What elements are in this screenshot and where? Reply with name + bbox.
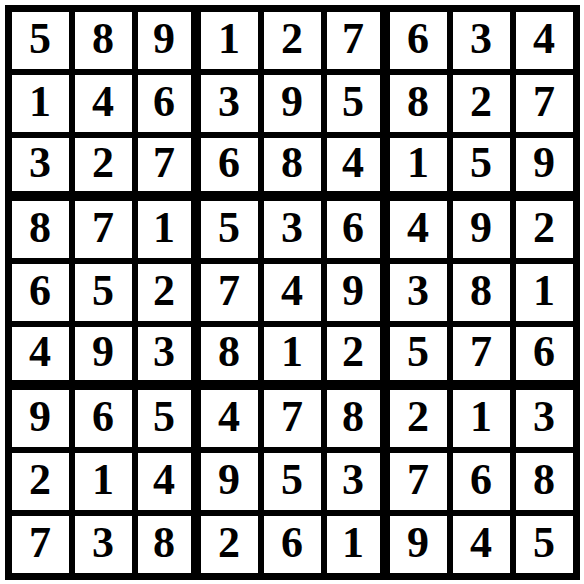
sudoku-cell-r1c8[interactable]: 3 (453, 12, 510, 69)
sudoku-cell-r4c2[interactable]: 7 (75, 201, 132, 258)
sudoku-cell-r8c5[interactable]: 5 (264, 453, 321, 510)
sudoku-cell-r3c5[interactable]: 8 (264, 138, 321, 195)
sudoku-cell-r7c4[interactable]: 4 (201, 390, 258, 447)
sudoku-cell-r7c9[interactable]: 3 (516, 390, 573, 447)
sudoku-cell-r7c8[interactable]: 1 (453, 390, 510, 447)
sudoku-cell-r4c5[interactable]: 3 (264, 201, 321, 258)
sudoku-cell-r4c8[interactable]: 9 (453, 201, 510, 258)
sudoku-cell-r4c9[interactable]: 2 (516, 201, 573, 258)
sudoku-cell-r6c4[interactable]: 8 (201, 327, 258, 384)
sudoku-cell-r9c9[interactable]: 5 (516, 516, 573, 573)
sudoku-cell-r5c8[interactable]: 8 (453, 264, 510, 321)
sudoku-cell-r5c4[interactable]: 7 (201, 264, 258, 321)
sudoku-cell-r3c1[interactable]: 3 (12, 138, 69, 195)
sudoku-cell-r9c5[interactable]: 6 (264, 516, 321, 573)
sudoku-cell-r9c1[interactable]: 7 (12, 516, 69, 573)
sudoku-cell-r1c1[interactable]: 5 (12, 12, 69, 69)
sudoku-cell-r6c2[interactable]: 9 (75, 327, 132, 384)
sudoku-cell-r1c3[interactable]: 9 (138, 12, 195, 69)
sudoku-cell-r6c9[interactable]: 6 (516, 327, 573, 384)
sudoku-cell-r7c7[interactable]: 2 (390, 390, 447, 447)
sudoku-cell-r4c6[interactable]: 6 (327, 201, 384, 258)
sudoku-cell-r2c2[interactable]: 4 (75, 75, 132, 132)
sudoku-cell-r5c9[interactable]: 1 (516, 264, 573, 321)
sudoku-cell-r9c4[interactable]: 2 (201, 516, 258, 573)
sudoku-cell-r3c3[interactable]: 7 (138, 138, 195, 195)
sudoku-cell-r8c8[interactable]: 6 (453, 453, 510, 510)
sudoku-cell-r8c6[interactable]: 3 (327, 453, 384, 510)
sudoku-cell-r9c3[interactable]: 8 (138, 516, 195, 573)
sudoku-cell-r8c9[interactable]: 8 (516, 453, 573, 510)
sudoku-cell-r8c4[interactable]: 9 (201, 453, 258, 510)
sudoku-cell-r4c1[interactable]: 8 (12, 201, 69, 258)
sudoku-cell-r8c3[interactable]: 4 (138, 453, 195, 510)
sudoku-cell-r3c4[interactable]: 6 (201, 138, 258, 195)
sudoku-cell-r6c5[interactable]: 1 (264, 327, 321, 384)
sudoku-cell-r5c1[interactable]: 6 (12, 264, 69, 321)
sudoku-cell-r1c7[interactable]: 6 (390, 12, 447, 69)
sudoku-cell-r1c2[interactable]: 8 (75, 12, 132, 69)
sudoku-cell-r7c6[interactable]: 8 (327, 390, 384, 447)
sudoku-cell-r3c7[interactable]: 1 (390, 138, 447, 195)
sudoku-cell-r9c2[interactable]: 3 (75, 516, 132, 573)
sudoku-cell-r8c1[interactable]: 2 (12, 453, 69, 510)
sudoku-cell-r3c6[interactable]: 4 (327, 138, 384, 195)
sudoku-cell-r6c3[interactable]: 3 (138, 327, 195, 384)
sudoku-cell-r5c7[interactable]: 3 (390, 264, 447, 321)
sudoku-cell-r5c3[interactable]: 2 (138, 264, 195, 321)
sudoku-cell-r2c3[interactable]: 6 (138, 75, 195, 132)
sudoku-cell-r3c2[interactable]: 2 (75, 138, 132, 195)
sudoku-cell-r1c4[interactable]: 1 (201, 12, 258, 69)
sudoku-cell-r6c8[interactable]: 7 (453, 327, 510, 384)
sudoku-cell-r9c6[interactable]: 1 (327, 516, 384, 573)
sudoku-cell-r3c8[interactable]: 5 (453, 138, 510, 195)
sudoku-cell-r6c1[interactable]: 4 (12, 327, 69, 384)
sudoku-cell-r7c5[interactable]: 7 (264, 390, 321, 447)
sudoku-cell-r2c5[interactable]: 9 (264, 75, 321, 132)
sudoku-cell-r2c8[interactable]: 2 (453, 75, 510, 132)
sudoku-cell-r2c1[interactable]: 1 (12, 75, 69, 132)
sudoku-cell-r4c3[interactable]: 1 (138, 201, 195, 258)
sudoku-cell-r1c6[interactable]: 7 (327, 12, 384, 69)
sudoku-cell-r5c6[interactable]: 9 (327, 264, 384, 321)
sudoku-cell-r2c9[interactable]: 7 (516, 75, 573, 132)
sudoku-cell-r4c4[interactable]: 5 (201, 201, 258, 258)
sudoku-cell-r5c2[interactable]: 5 (75, 264, 132, 321)
sudoku-cell-r2c6[interactable]: 5 (327, 75, 384, 132)
sudoku-cell-r6c6[interactable]: 2 (327, 327, 384, 384)
sudoku-cell-r2c7[interactable]: 8 (390, 75, 447, 132)
sudoku-cell-r4c7[interactable]: 4 (390, 201, 447, 258)
sudoku-cell-r9c8[interactable]: 4 (453, 516, 510, 573)
sudoku-board: 5891276341463958273276841598715364926527… (5, 5, 580, 580)
sudoku-cell-r8c7[interactable]: 7 (390, 453, 447, 510)
sudoku-cell-r1c9[interactable]: 4 (516, 12, 573, 69)
sudoku-cell-r5c5[interactable]: 4 (264, 264, 321, 321)
sudoku-cell-r2c4[interactable]: 3 (201, 75, 258, 132)
sudoku-cell-r7c2[interactable]: 6 (75, 390, 132, 447)
sudoku-cell-r9c7[interactable]: 9 (390, 516, 447, 573)
sudoku-cell-r3c9[interactable]: 9 (516, 138, 573, 195)
sudoku-cell-r8c2[interactable]: 1 (75, 453, 132, 510)
sudoku-cell-r7c3[interactable]: 5 (138, 390, 195, 447)
sudoku-cell-r1c5[interactable]: 2 (264, 12, 321, 69)
sudoku-cell-r6c7[interactable]: 5 (390, 327, 447, 384)
sudoku-cell-r7c1[interactable]: 9 (12, 390, 69, 447)
